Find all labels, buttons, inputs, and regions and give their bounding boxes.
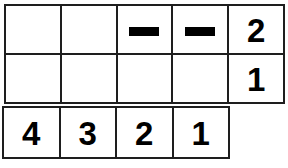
puzzle-canvas: 21 4321 <box>0 0 288 168</box>
cell-r2c4[interactable] <box>173 55 227 102</box>
given-digit: 4 <box>22 117 40 150</box>
given-digit: 3 <box>79 117 97 150</box>
given-digit: 2 <box>135 117 153 150</box>
minus-dash-icon <box>129 27 159 36</box>
cell-r3c3: 2 <box>117 108 172 157</box>
cell-r2c3[interactable] <box>118 55 172 102</box>
cell-r1c5: 2 <box>229 6 283 53</box>
cell-r3c4: 1 <box>174 108 229 157</box>
top-grid: 21 <box>4 4 285 104</box>
minus-dash-icon <box>185 27 215 36</box>
cell-r2c2[interactable] <box>62 55 116 102</box>
cell-r1c2[interactable] <box>62 6 116 53</box>
cell-r1c1[interactable] <box>6 6 60 53</box>
cell-r2c5: 1 <box>229 55 283 102</box>
cell-r1c4 <box>173 6 227 53</box>
cell-r3c2: 3 <box>61 108 116 157</box>
given-digit: 1 <box>192 117 210 150</box>
given-digit: 1 <box>247 63 265 96</box>
given-digit: 2 <box>247 14 265 47</box>
cell-r3c1: 4 <box>4 108 59 157</box>
cell-r2c1[interactable] <box>6 55 60 102</box>
bottom-grid: 4321 <box>2 106 230 159</box>
cell-r1c3 <box>118 6 172 53</box>
